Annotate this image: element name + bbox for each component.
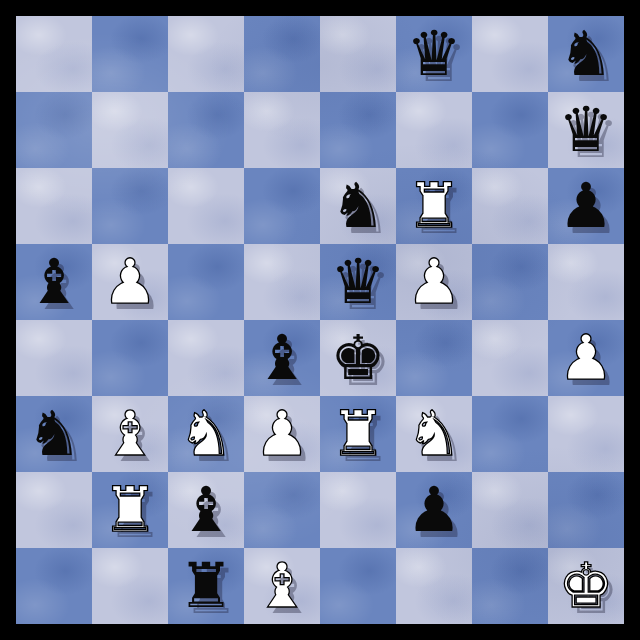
chess-board: ♛♞♛♞♜♟♝♟♛♟♝♚♟♞♝♞♟♜♞♜♝♟♜♝♚ [16,16,624,624]
square-c4[interactable] [168,320,244,396]
square-h4[interactable]: ♟ [548,320,624,396]
black-bishop-c2[interactable]: ♝ [178,472,234,548]
white-bishop-b3[interactable]: ♝ [102,396,158,472]
square-d6[interactable] [244,168,320,244]
square-b6[interactable] [92,168,168,244]
square-a5[interactable]: ♝ [16,244,92,320]
square-d8[interactable] [244,16,320,92]
square-g7[interactable] [472,92,548,168]
square-f6[interactable]: ♜ [396,168,472,244]
square-e1[interactable] [320,548,396,624]
square-e8[interactable] [320,16,396,92]
white-knight-c3[interactable]: ♞ [178,396,234,472]
white-pawn-b5[interactable]: ♟ [102,244,158,320]
square-b1[interactable] [92,548,168,624]
black-knight-a3[interactable]: ♞ [26,396,82,472]
square-a4[interactable] [16,320,92,396]
square-e3[interactable]: ♜ [320,396,396,472]
square-f8[interactable]: ♛ [396,16,472,92]
square-h6[interactable]: ♟ [548,168,624,244]
white-rook-e3[interactable]: ♜ [330,396,386,472]
square-h5[interactable] [548,244,624,320]
square-g6[interactable] [472,168,548,244]
square-a8[interactable] [16,16,92,92]
square-a1[interactable] [16,548,92,624]
black-pawn-h6[interactable]: ♟ [558,168,614,244]
black-queen-f8[interactable]: ♛ [406,16,462,92]
white-rook-b2[interactable]: ♜ [102,472,158,548]
square-a6[interactable] [16,168,92,244]
square-h7[interactable]: ♛ [548,92,624,168]
square-c7[interactable] [168,92,244,168]
square-c6[interactable] [168,168,244,244]
square-b5[interactable]: ♟ [92,244,168,320]
square-b3[interactable]: ♝ [92,396,168,472]
square-f7[interactable] [396,92,472,168]
black-queen-h7[interactable]: ♛ [558,92,614,168]
square-e2[interactable] [320,472,396,548]
square-e6[interactable]: ♞ [320,168,396,244]
board-frame: ♛♞♛♞♜♟♝♟♛♟♝♚♟♞♝♞♟♜♞♜♝♟♜♝♚ [0,0,640,640]
square-b8[interactable] [92,16,168,92]
square-c8[interactable] [168,16,244,92]
square-e5[interactable]: ♛ [320,244,396,320]
square-c3[interactable]: ♞ [168,396,244,472]
square-f4[interactable] [396,320,472,396]
square-h1[interactable]: ♚ [548,548,624,624]
square-b4[interactable] [92,320,168,396]
square-h8[interactable]: ♞ [548,16,624,92]
square-e4[interactable]: ♚ [320,320,396,396]
black-queen-e5[interactable]: ♛ [330,244,386,320]
black-king-e4[interactable]: ♚ [330,320,386,396]
black-pawn-f2[interactable]: ♟ [406,472,462,548]
square-g8[interactable] [472,16,548,92]
black-knight-e6[interactable]: ♞ [330,168,386,244]
white-pawn-d3[interactable]: ♟ [254,396,310,472]
square-d1[interactable]: ♝ [244,548,320,624]
square-c2[interactable]: ♝ [168,472,244,548]
square-a3[interactable]: ♞ [16,396,92,472]
square-h2[interactable] [548,472,624,548]
white-pawn-f5[interactable]: ♟ [406,244,462,320]
square-e7[interactable] [320,92,396,168]
square-g4[interactable] [472,320,548,396]
black-rook-c1[interactable]: ♜ [178,548,234,624]
square-b2[interactable]: ♜ [92,472,168,548]
white-bishop-d1[interactable]: ♝ [254,548,310,624]
square-f1[interactable] [396,548,472,624]
white-knight-f3[interactable]: ♞ [406,396,462,472]
square-g1[interactable] [472,548,548,624]
square-a2[interactable] [16,472,92,548]
white-pawn-h4[interactable]: ♟ [558,320,614,396]
square-h3[interactable] [548,396,624,472]
square-d2[interactable] [244,472,320,548]
square-d5[interactable] [244,244,320,320]
square-f5[interactable]: ♟ [396,244,472,320]
square-c5[interactable] [168,244,244,320]
square-d3[interactable]: ♟ [244,396,320,472]
square-b7[interactable] [92,92,168,168]
square-f3[interactable]: ♞ [396,396,472,472]
square-g3[interactable] [472,396,548,472]
square-d7[interactable] [244,92,320,168]
square-f2[interactable]: ♟ [396,472,472,548]
square-g2[interactable] [472,472,548,548]
square-c1[interactable]: ♜ [168,548,244,624]
black-bishop-d4[interactable]: ♝ [254,320,310,396]
white-king-h1[interactable]: ♚ [558,548,614,624]
black-bishop-a5[interactable]: ♝ [26,244,82,320]
white-rook-f6[interactable]: ♜ [406,168,462,244]
black-knight-h8[interactable]: ♞ [558,16,614,92]
square-g5[interactable] [472,244,548,320]
square-a7[interactable] [16,92,92,168]
square-d4[interactable]: ♝ [244,320,320,396]
